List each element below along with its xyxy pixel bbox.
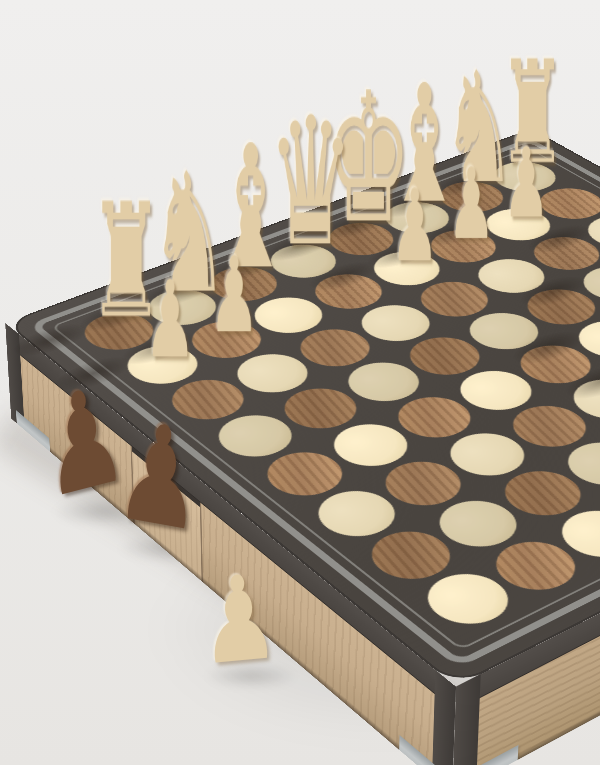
- chess-box: ♜♞♝♛♚♝♞♜♟♟♟♟♟♟♟♟♝♞♝♞♚♛: [5, 129, 600, 687]
- chess-piece-white-pawn: ♟: [114, 269, 226, 370]
- board-square: [390, 327, 500, 386]
- scene-3d: ♜♞♝♛♚♝♞♜♟♟♟♟♟♟♟♟♝♞♝♞♚♛: [0, 0, 600, 765]
- product-photo-frame: ♜♞♝♛♚♝♞♜♟♟♟♟♟♟♟♟♝♞♝♞♚♛: [0, 0, 600, 765]
- chess-board-grid: ♜♞♝♛♚♝♞♜♟♟♟♟♟♟♟♟♝♞♝♞♚♛: [66, 154, 600, 639]
- square-inlay-disc: [158, 372, 257, 427]
- corner-post: [432, 670, 456, 765]
- aluminum-foot: [16, 410, 51, 460]
- chess-piece-white-pawn: ♟: [362, 178, 467, 273]
- corner-post: [452, 674, 481, 765]
- board-square: ♟: [108, 335, 217, 395]
